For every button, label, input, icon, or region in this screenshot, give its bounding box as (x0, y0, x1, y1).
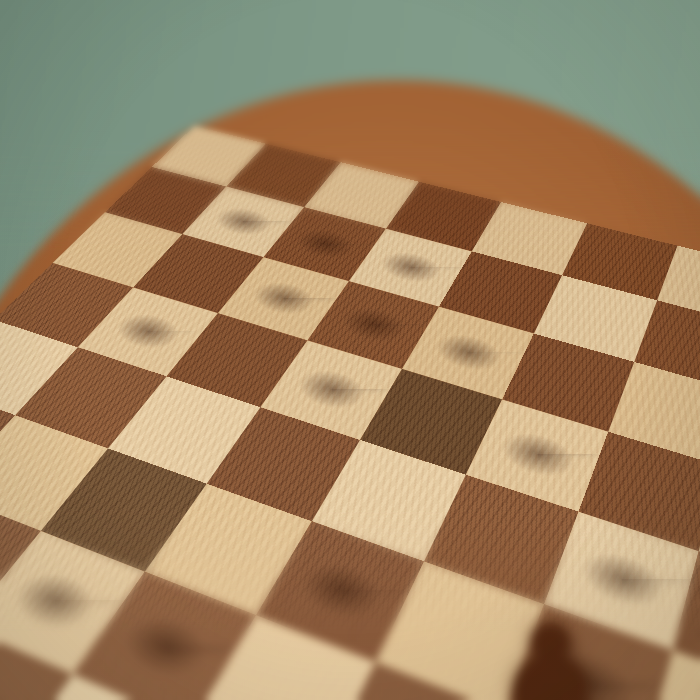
pawn-glyph: ♟ (252, 411, 430, 610)
pawn-glyph: ♟ (72, 460, 258, 667)
pawn-glyph: ♟ (446, 596, 655, 700)
perspective-scene: ♟♜♞♟♝♚♝♟♟♞♟♟♟♟♟ (0, 0, 700, 700)
chess-board: ♟♜♞♟♝♚♝♟♟♞♟♟♟♟♟ (0, 126, 700, 700)
bishop-glyph: ♝ (67, 169, 229, 349)
pawn-glyph: ♟ (257, 239, 407, 406)
photo-chess-scene: ♟♜♞♟♝♚♝♟♟♞♟♟♟♟♟ (0, 0, 700, 700)
square-e3[interactable]: ♟ (256, 521, 424, 662)
